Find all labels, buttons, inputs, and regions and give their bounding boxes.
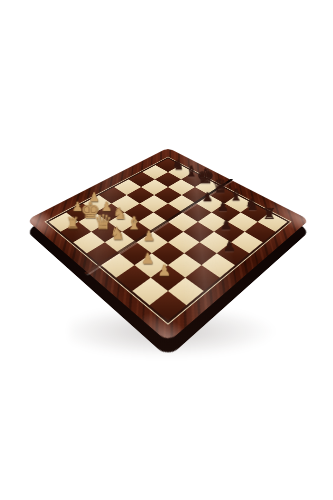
white-P-g2: ♟ [152, 263, 176, 278]
piece-anchor-g6: ♟ [214, 220, 245, 240]
black-R-h8: ♜ [259, 207, 280, 222]
black-P-h5: ♟ [218, 239, 241, 253]
chessboard: ♜♟♚♛♞♟♟♟♟♞♝♟♟♟♟♟♞♝♚♛♝♞♜ [27, 148, 310, 343]
black-P-g6: ♟ [215, 218, 237, 231]
white-P-e3: ♟ [138, 229, 160, 243]
piece-anchor-g2: ♟ [151, 263, 185, 289]
white-N-d2: ♞ [106, 225, 128, 242]
scene: ♜♟♚♛♞♟♟♟♟♞♝♟♟♟♟♟♞♝♚♛♝♞♜ [0, 0, 333, 500]
white-R-b1: ♜ [62, 216, 84, 232]
product-photo: ♜♟♚♛♞♟♟♟♟♞♝♟♟♟♟♟♞♝♚♛♝♞♜ [0, 0, 333, 500]
